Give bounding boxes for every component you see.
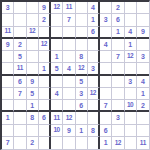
cell-r2c1-empty[interactable]	[2, 14, 14, 26]
cell-r8c1-empty[interactable]	[2, 88, 14, 100]
cell-r3c7-empty[interactable]	[76, 27, 88, 39]
cell-r8c8-given[interactable]: 12	[88, 88, 100, 100]
cell-r12c6-empty[interactable]	[63, 137, 75, 149]
cell-r2c4-given[interactable]: 2	[39, 14, 51, 26]
cell-r12c3-given[interactable]: 2	[27, 137, 39, 149]
cell-r5c2-given[interactable]: 5	[14, 51, 26, 63]
cell-r1c11-empty[interactable]	[125, 2, 137, 14]
cell-r5c8-empty[interactable]	[88, 51, 100, 63]
cell-r10c2-empty[interactable]	[14, 112, 26, 124]
cell-r7c5-empty[interactable]	[51, 76, 63, 88]
cell-r4c8-empty[interactable]	[88, 39, 100, 51]
cell-r9c12-given[interactable]: 2	[137, 100, 149, 112]
cell-r9c8-empty[interactable]	[88, 100, 100, 112]
cell-r4c3-empty[interactable]	[27, 39, 39, 51]
cell-r1c5-given[interactable]: 12	[51, 2, 63, 14]
cell-r5c4-empty[interactable]	[39, 51, 51, 63]
cell-r11c7-given[interactable]: 1	[76, 125, 88, 137]
cell-r6c2-given[interactable]: 11	[14, 63, 26, 75]
cell-r2c6-given[interactable]: 7	[63, 14, 75, 26]
cell-r10c5-given[interactable]: 11	[51, 112, 63, 124]
cell-r12c2-empty[interactable]	[14, 137, 26, 149]
cell-r7c6-empty[interactable]	[63, 76, 75, 88]
cell-r6c1-empty[interactable]	[2, 63, 14, 75]
cell-r6c12-empty[interactable]	[137, 63, 149, 75]
cell-r12c11-empty[interactable]	[125, 137, 137, 149]
cell-r2c9-given[interactable]: 3	[100, 14, 112, 26]
cell-r9c9-given[interactable]: 7	[100, 100, 112, 112]
cell-r6c7-given[interactable]: 12	[76, 63, 88, 75]
cell-r4c4-given[interactable]: 12	[39, 39, 51, 51]
cell-r11c1-empty[interactable]	[2, 125, 14, 137]
cell-r9c4-empty[interactable]	[39, 100, 51, 112]
cell-r8c7-given[interactable]: 3	[76, 88, 88, 100]
cell-r4c5-empty[interactable]	[51, 39, 63, 51]
cell-r10c7-empty[interactable]	[76, 112, 88, 124]
cell-r3c8-given[interactable]: 6	[88, 27, 100, 39]
cell-r12c7-empty[interactable]	[76, 137, 88, 149]
cell-r8c4-empty[interactable]	[39, 88, 51, 100]
cell-r4c10-empty[interactable]	[112, 39, 124, 51]
cell-r2c10-given[interactable]: 6	[112, 14, 124, 26]
cell-r1c6-given[interactable]: 11	[63, 2, 75, 14]
cell-r8c6-empty[interactable]	[63, 88, 75, 100]
cell-r1c3-empty[interactable]	[27, 2, 39, 14]
cell-r7c8-empty[interactable]	[88, 76, 100, 88]
cell-r8c10-empty[interactable]	[112, 88, 124, 100]
cell-r11c5-given[interactable]: 10	[51, 125, 63, 137]
cell-r6c11-empty[interactable]	[125, 63, 137, 75]
cell-r3c12-given[interactable]: 9	[137, 27, 149, 39]
cell-r2c5-empty[interactable]	[51, 14, 63, 26]
cell-r10c1-given[interactable]: 1	[2, 112, 14, 124]
cell-r5c12-given[interactable]: 3	[137, 51, 149, 63]
cell-r1c10-given[interactable]: 2	[112, 2, 124, 14]
cell-r7c3-given[interactable]: 9	[27, 76, 39, 88]
cell-r4c11-given[interactable]: 1	[125, 39, 137, 51]
cell-r11c2-empty[interactable]	[14, 125, 26, 137]
cell-r6c5-given[interactable]: 5	[51, 63, 63, 75]
cell-r9c10-empty[interactable]	[112, 100, 124, 112]
cell-r2c12-empty[interactable]	[137, 14, 149, 26]
cell-r11c4-empty[interactable]	[39, 125, 51, 137]
cell-r8c9-empty[interactable]	[100, 88, 112, 100]
cell-r11c12-empty[interactable]	[137, 125, 149, 137]
cell-r12c4-empty[interactable]	[39, 137, 51, 149]
cell-r1c1-given[interactable]: 3	[2, 2, 14, 14]
cell-r11c8-given[interactable]: 8	[88, 125, 100, 137]
cell-r12c1-given[interactable]: 7	[2, 137, 14, 149]
cell-r9c3-given[interactable]: 1	[27, 100, 39, 112]
cell-r6c3-empty[interactable]	[27, 63, 39, 75]
cell-r5c5-given[interactable]: 1	[51, 51, 63, 63]
cell-r3c5-empty[interactable]	[51, 27, 63, 39]
cell-r7c12-given[interactable]: 4	[137, 76, 149, 88]
cell-r1c12-empty[interactable]	[137, 2, 149, 14]
cell-r10c8-empty[interactable]	[88, 112, 100, 124]
cell-r2c3-empty[interactable]	[27, 14, 39, 26]
cell-r3c3-given[interactable]: 12	[27, 27, 39, 39]
cell-r8c11-empty[interactable]	[125, 88, 137, 100]
cell-r4c6-empty[interactable]	[63, 39, 75, 51]
cell-r4c2-given[interactable]: 2	[14, 39, 26, 51]
cell-r12c10-given[interactable]: 12	[112, 137, 124, 149]
cell-r7c1-empty[interactable]	[2, 76, 14, 88]
cell-r7c9-empty[interactable]	[100, 76, 112, 88]
cell-r6c4-given[interactable]: 1	[39, 63, 51, 75]
cell-r7c7-given[interactable]: 5	[76, 76, 88, 88]
cell-r2c11-empty[interactable]	[125, 14, 137, 26]
cell-r12c5-empty[interactable]	[51, 137, 63, 149]
cell-r11c9-given[interactable]: 6	[100, 125, 112, 137]
cell-r9c2-empty[interactable]	[14, 100, 26, 112]
cell-r2c2-empty[interactable]	[14, 14, 26, 26]
cell-r1c9-empty[interactable]	[100, 2, 112, 14]
cell-r4c12-empty[interactable]	[137, 39, 149, 51]
cell-r3c6-empty[interactable]	[63, 27, 75, 39]
cell-r5c10-given[interactable]: 7	[112, 51, 124, 63]
cell-r9c11-given[interactable]: 10	[125, 100, 137, 112]
cell-r6c10-empty[interactable]	[112, 63, 124, 75]
cell-r9c1-empty[interactable]	[2, 100, 14, 112]
cell-r12c9-given[interactable]: 1	[100, 137, 112, 149]
cell-r1c2-empty[interactable]	[14, 2, 26, 14]
cell-r4c7-empty[interactable]	[76, 39, 88, 51]
cell-r7c10-empty[interactable]	[112, 76, 124, 88]
cell-r1c8-given[interactable]: 4	[88, 2, 100, 14]
cell-r11c3-empty[interactable]	[27, 125, 39, 137]
cell-r7c2-given[interactable]: 6	[14, 76, 26, 88]
cell-r3c11-given[interactable]: 4	[125, 27, 137, 39]
cell-r3c1-given[interactable]: 11	[2, 27, 14, 39]
cell-r3c4-empty[interactable]	[39, 27, 51, 39]
cell-r5c7-given[interactable]: 8	[76, 51, 88, 63]
cell-r10c9-empty[interactable]	[100, 112, 112, 124]
cell-r1c7-empty[interactable]	[76, 2, 88, 14]
cell-r9c5-empty[interactable]	[51, 100, 63, 112]
cell-r1c4-given[interactable]: 9	[39, 2, 51, 14]
cell-r4c1-given[interactable]: 9	[2, 39, 14, 51]
cell-r3c2-empty[interactable]	[14, 27, 26, 39]
sudoku-board: 3912114227136111261499212415187123111541…	[0, 0, 150, 150]
cell-r11c6-given[interactable]: 9	[63, 125, 75, 137]
cell-r10c11-empty[interactable]	[125, 112, 137, 124]
cell-r5c3-empty[interactable]	[27, 51, 39, 63]
cell-r5c11-given[interactable]: 12	[125, 51, 137, 63]
cell-r11c11-empty[interactable]	[125, 125, 137, 137]
cell-r2c7-empty[interactable]	[76, 14, 88, 26]
cell-r12c8-empty[interactable]	[88, 137, 100, 149]
cell-r6c8-given[interactable]: 3	[88, 63, 100, 75]
cell-r10c6-given[interactable]: 12	[63, 112, 75, 124]
cell-r10c12-empty[interactable]	[137, 112, 149, 124]
cell-r9c7-given[interactable]: 6	[76, 100, 88, 112]
cell-r3c10-given[interactable]: 1	[112, 27, 124, 39]
cell-r11c10-empty[interactable]	[112, 125, 124, 137]
cell-r8c2-given[interactable]: 7	[14, 88, 26, 100]
cell-r4c9-given[interactable]: 4	[100, 39, 112, 51]
cell-r12c12-given[interactable]: 11	[137, 137, 149, 149]
cell-r6c6-given[interactable]: 4	[63, 63, 75, 75]
cell-r3c9-empty[interactable]	[100, 27, 112, 39]
cell-r10c3-given[interactable]: 8	[27, 112, 39, 124]
cell-r10c10-given[interactable]: 3	[112, 112, 124, 124]
cell-r10c4-given[interactable]: 6	[39, 112, 51, 124]
cell-r8c3-given[interactable]: 5	[27, 88, 39, 100]
cell-r8c12-given[interactable]: 1	[137, 88, 149, 100]
cell-r2c8-given[interactable]: 1	[88, 14, 100, 26]
cell-r7c11-given[interactable]: 3	[125, 76, 137, 88]
cell-r5c9-empty[interactable]	[100, 51, 112, 63]
cell-r8c5-given[interactable]: 4	[51, 88, 63, 100]
cell-r7c4-empty[interactable]	[39, 76, 51, 88]
cell-r6c9-empty[interactable]	[100, 63, 112, 75]
cell-r5c6-empty[interactable]	[63, 51, 75, 63]
cell-r5c1-empty[interactable]	[2, 51, 14, 63]
cell-r9c6-empty[interactable]	[63, 100, 75, 112]
